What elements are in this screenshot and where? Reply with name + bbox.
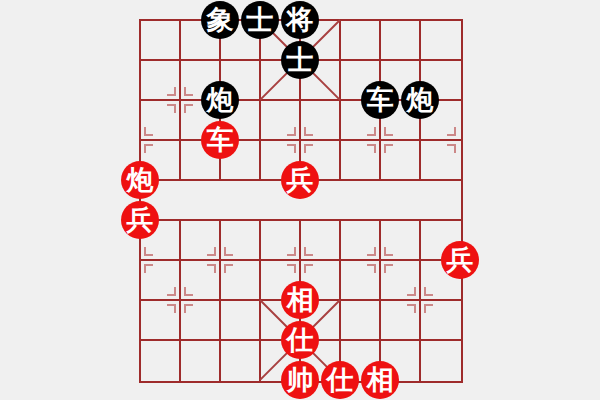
- position-marker: [367, 144, 376, 153]
- board-cell: [141, 21, 181, 61]
- position-marker: [304, 264, 313, 273]
- position-marker: [207, 264, 216, 273]
- position-marker: [384, 144, 393, 153]
- position-marker: [184, 87, 193, 96]
- position-marker: [287, 247, 296, 256]
- piece-black-cannon[interactable]: 炮: [201, 81, 239, 119]
- position-marker: [224, 264, 233, 273]
- piece-red-general[interactable]: 帅: [281, 361, 319, 399]
- position-marker: [167, 304, 176, 313]
- position-marker: [384, 127, 393, 136]
- river-cell: [341, 181, 381, 221]
- position-marker: [407, 287, 416, 296]
- piece-red-elephant[interactable]: 相: [361, 361, 399, 399]
- position-marker: [184, 104, 193, 113]
- piece-red-cannon[interactable]: 炮: [121, 161, 159, 199]
- position-marker: [367, 127, 376, 136]
- position-marker: [144, 144, 153, 153]
- river-cell: [421, 181, 461, 221]
- position-marker: [144, 127, 153, 136]
- position-marker: [384, 264, 393, 273]
- position-marker: [447, 127, 456, 136]
- position-marker: [447, 144, 456, 153]
- position-marker: [287, 144, 296, 153]
- position-marker: [144, 247, 153, 256]
- board-cell: [341, 301, 381, 341]
- board-cell: [381, 21, 421, 61]
- position-marker: [167, 104, 176, 113]
- piece-black-cannon[interactable]: 炮: [401, 81, 439, 119]
- position-marker: [367, 264, 376, 273]
- position-marker: [224, 247, 233, 256]
- position-marker: [384, 247, 393, 256]
- position-marker: [184, 287, 193, 296]
- piece-red-chariot[interactable]: 车: [201, 121, 239, 159]
- piece-red-soldier[interactable]: 兵: [441, 241, 479, 279]
- piece-black-advisor[interactable]: 士: [241, 1, 279, 39]
- position-marker: [184, 304, 193, 313]
- position-marker: [424, 287, 433, 296]
- position-marker: [407, 304, 416, 313]
- xiangqi-board: 象士将士炮车炮车炮兵兵兵相仕帅仕相: [0, 0, 600, 400]
- river-cell: [221, 181, 261, 221]
- piece-black-general[interactable]: 将: [281, 1, 319, 39]
- river-cell: [181, 181, 221, 221]
- position-marker: [304, 127, 313, 136]
- board-cell: [221, 301, 261, 341]
- position-marker: [367, 247, 376, 256]
- position-marker: [424, 304, 433, 313]
- piece-black-elephant[interactable]: 象: [201, 1, 239, 39]
- piece-red-elephant[interactable]: 相: [281, 281, 319, 319]
- position-marker: [144, 264, 153, 273]
- position-marker: [167, 87, 176, 96]
- river-cell: [381, 181, 421, 221]
- position-marker: [167, 287, 176, 296]
- piece-red-advisor[interactable]: 仕: [321, 361, 359, 399]
- board-cell: [341, 21, 381, 61]
- board-cell: [181, 341, 221, 381]
- piece-black-advisor[interactable]: 士: [281, 41, 319, 79]
- position-marker: [304, 247, 313, 256]
- piece-red-advisor[interactable]: 仕: [281, 321, 319, 359]
- board-cell: [221, 341, 261, 381]
- position-marker: [304, 144, 313, 153]
- piece-red-soldier[interactable]: 兵: [121, 201, 159, 239]
- piece-black-chariot[interactable]: 车: [361, 81, 399, 119]
- board-cell: [421, 21, 461, 61]
- board-cell: [421, 341, 461, 381]
- position-marker: [287, 264, 296, 273]
- position-marker: [287, 127, 296, 136]
- position-marker: [207, 247, 216, 256]
- piece-red-soldier[interactable]: 兵: [281, 161, 319, 199]
- board-cell: [141, 341, 181, 381]
